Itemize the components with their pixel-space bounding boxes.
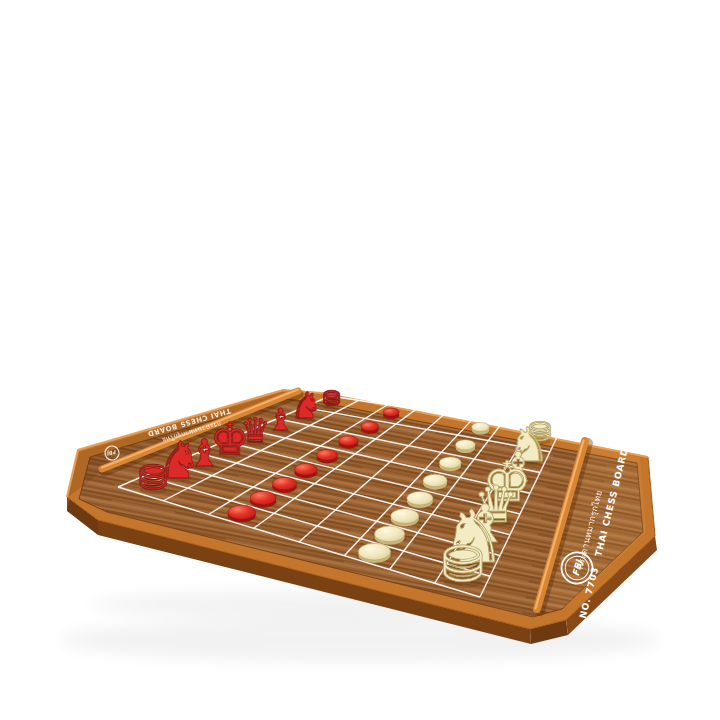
piece-cream-rua-rook: ⛃ bbox=[441, 534, 484, 594]
piece-red-bia-pawn bbox=[382, 408, 400, 419]
piece-cream-bia-pawn bbox=[422, 474, 448, 489]
piece-red-bia-pawn bbox=[338, 436, 359, 449]
piece-red-bia-pawn bbox=[249, 491, 278, 507]
svg-text:⛃: ⛃ bbox=[323, 386, 341, 411]
piece-cream-bia-pawn bbox=[406, 492, 435, 508]
piece-red-rua-rook: ⛃ bbox=[138, 457, 168, 498]
piece-red-ma-knight: ♞ bbox=[290, 385, 322, 426]
piece-cream-bia-pawn bbox=[471, 422, 491, 434]
piece-red-bia-pawn bbox=[293, 463, 318, 478]
svg-text:♝: ♝ bbox=[267, 402, 294, 437]
product-photo: กระดานหมากรุกไทย NO. 7703 THAI CHESS BOA… bbox=[0, 0, 720, 720]
piece-cream-bia-pawn bbox=[454, 440, 476, 453]
piece-red-bia-pawn bbox=[316, 450, 339, 464]
piece-cream-bia-pawn bbox=[438, 457, 462, 471]
piece-red-rua-rook: ⛃ bbox=[323, 386, 341, 411]
svg-text:♞: ♞ bbox=[290, 385, 322, 426]
svg-text:⛃: ⛃ bbox=[441, 534, 484, 594]
svg-text:⛃: ⛃ bbox=[138, 457, 168, 498]
piece-red-khon-bishop: ♝ bbox=[267, 402, 294, 437]
piece-red-bia-pawn bbox=[227, 505, 258, 522]
board-scene: กระดานหมากรุกไทย NO. 7703 THAI CHESS BOA… bbox=[0, 0, 720, 720]
piece-red-bia-pawn bbox=[271, 477, 298, 493]
piece-red-bia-pawn bbox=[360, 422, 380, 434]
